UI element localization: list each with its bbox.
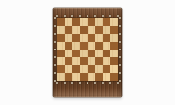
square-r1c2[interactable] (72, 26, 80, 34)
brass-stud-icon (102, 82, 104, 84)
square-r5c5[interactable] (95, 57, 103, 65)
square-r7c5[interactable] (95, 73, 103, 81)
square-r5c7[interactable] (110, 57, 118, 65)
brass-stud-icon (54, 80, 56, 82)
square-r4c1[interactable] (65, 50, 73, 58)
playing-field (57, 18, 118, 81)
brass-stud-icon (54, 33, 56, 35)
brass-stud-icon (79, 15, 81, 17)
brass-stud-icon (54, 64, 56, 66)
square-r6c7[interactable] (110, 65, 118, 73)
square-r7c6[interactable] (103, 73, 111, 81)
brass-stud-icon (54, 72, 56, 74)
square-r0c4[interactable] (88, 18, 96, 26)
square-r4c5[interactable] (95, 50, 103, 58)
square-r1c6[interactable] (103, 26, 111, 34)
square-r2c3[interactable] (80, 34, 88, 42)
square-r7c1[interactable] (65, 73, 73, 81)
square-r7c4[interactable] (88, 73, 96, 81)
square-r2c1[interactable] (65, 34, 73, 42)
square-r0c0[interactable] (57, 18, 65, 26)
brass-stud-icon (119, 80, 121, 82)
brass-stud-icon (119, 25, 121, 27)
square-r5c3[interactable] (80, 57, 88, 65)
brass-stud-icon (54, 25, 56, 27)
square-r5c2[interactable] (72, 57, 80, 65)
square-r0c3[interactable] (80, 18, 88, 26)
square-r1c4[interactable] (88, 26, 96, 34)
square-r0c1[interactable] (65, 18, 73, 26)
square-r2c5[interactable] (95, 34, 103, 42)
square-r6c1[interactable] (65, 65, 73, 73)
brass-stud-icon (119, 64, 121, 66)
brass-stud-icon (117, 15, 119, 17)
square-r3c6[interactable] (103, 42, 111, 50)
square-r0c7[interactable] (110, 18, 118, 26)
square-r4c0[interactable] (57, 50, 65, 58)
brass-stud-icon (117, 82, 119, 84)
brass-stud-icon (119, 56, 121, 58)
brass-stud-icon (102, 15, 104, 17)
square-r1c7[interactable] (110, 26, 118, 34)
square-r0c5[interactable] (95, 18, 103, 26)
square-r5c6[interactable] (103, 57, 111, 65)
square-r5c1[interactable] (65, 57, 73, 65)
brass-stud-icon (71, 15, 73, 17)
brass-stud-icon (119, 41, 121, 43)
square-r7c2[interactable] (72, 73, 80, 81)
brass-stud-icon (119, 33, 121, 35)
brass-stud-icon (87, 15, 89, 17)
square-r7c0[interactable] (57, 73, 65, 81)
square-r2c0[interactable] (57, 34, 65, 42)
brass-stud-icon (119, 72, 121, 74)
brass-stud-icon (64, 82, 66, 84)
square-r2c2[interactable] (72, 34, 80, 42)
brass-stud-icon (119, 17, 121, 19)
square-r2c6[interactable] (103, 34, 111, 42)
square-r4c7[interactable] (110, 50, 118, 58)
brass-stud-icon (79, 82, 81, 84)
brass-stud-icon (109, 82, 111, 84)
brass-stud-icon (56, 82, 58, 84)
square-r6c4[interactable] (88, 65, 96, 73)
square-r6c5[interactable] (95, 65, 103, 73)
square-r4c3[interactable] (80, 50, 88, 58)
square-r7c7[interactable] (110, 73, 118, 81)
square-r1c3[interactable] (80, 26, 88, 34)
square-r3c0[interactable] (57, 42, 65, 50)
square-r0c6[interactable] (103, 18, 111, 26)
square-r6c2[interactable] (72, 65, 80, 73)
square-r3c4[interactable] (88, 42, 96, 50)
brass-stud-icon (87, 82, 89, 84)
square-r5c0[interactable] (57, 57, 65, 65)
brass-stud-icon (119, 49, 121, 51)
product-photo (0, 0, 175, 105)
square-r4c4[interactable] (88, 50, 96, 58)
brass-stud-icon (94, 82, 96, 84)
brass-stud-icon (54, 56, 56, 58)
square-r1c0[interactable] (57, 26, 65, 34)
square-r0c2[interactable] (72, 18, 80, 26)
square-r1c5[interactable] (95, 26, 103, 34)
square-r2c4[interactable] (88, 34, 96, 42)
square-r6c3[interactable] (80, 65, 88, 73)
brass-stud-icon (54, 49, 56, 51)
square-r3c2[interactable] (72, 42, 80, 50)
brass-stud-icon (54, 17, 56, 19)
brass-stud-icon (71, 82, 73, 84)
square-r3c7[interactable] (110, 42, 118, 50)
brass-stud-icon (56, 15, 58, 17)
brass-stud-icon (54, 41, 56, 43)
square-r7c3[interactable] (80, 73, 88, 81)
square-r6c6[interactable] (103, 65, 111, 73)
square-r4c2[interactable] (72, 50, 80, 58)
brass-stud-icon (64, 15, 66, 17)
square-r3c5[interactable] (95, 42, 103, 50)
square-r5c4[interactable] (88, 57, 96, 65)
square-r1c1[interactable] (65, 26, 73, 34)
chess-board-frame (53, 8, 122, 97)
square-r3c3[interactable] (80, 42, 88, 50)
square-r6c0[interactable] (57, 65, 65, 73)
square-r4c6[interactable] (103, 50, 111, 58)
brass-stud-icon (109, 15, 111, 17)
square-r2c7[interactable] (110, 34, 118, 42)
square-r3c1[interactable] (65, 42, 73, 50)
board-grid (57, 18, 118, 81)
brass-stud-icon (94, 15, 96, 17)
